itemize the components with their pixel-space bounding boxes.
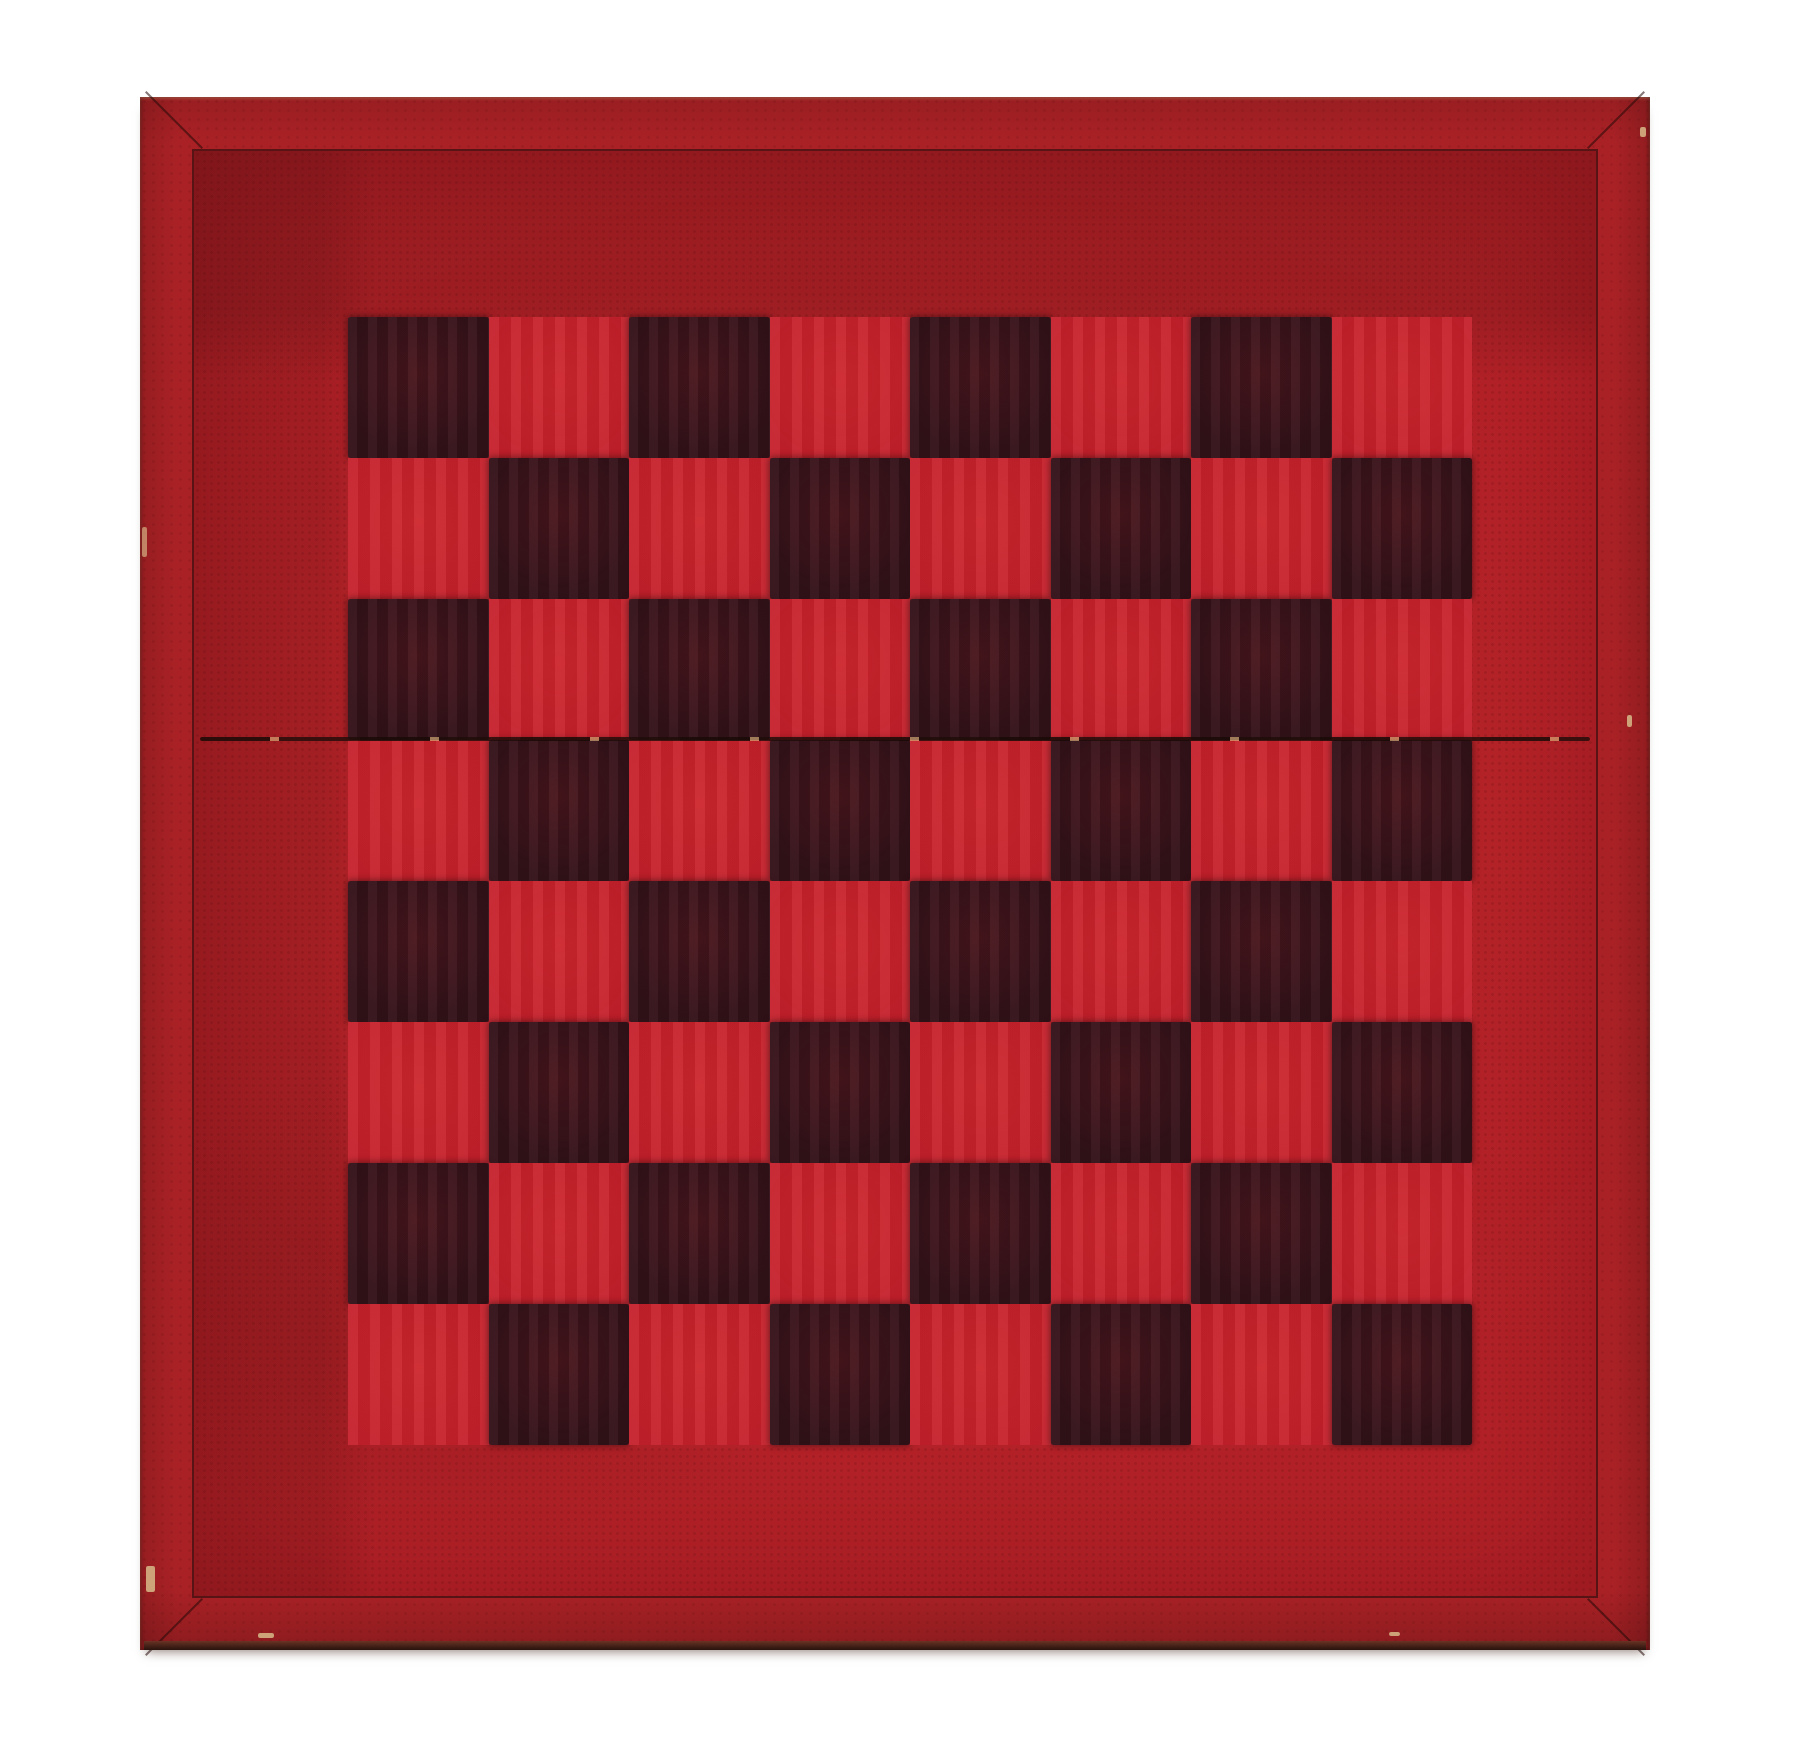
square-r1c1-dark[interactable] [348, 317, 489, 458]
square-r3c4-red[interactable] [770, 599, 911, 740]
square-r3c7-dark[interactable] [1191, 599, 1332, 740]
square-r1c8-red[interactable] [1332, 317, 1473, 458]
square-r7c1-dark[interactable] [348, 1163, 489, 1304]
photo-canvas [0, 0, 1800, 1759]
square-r4c6-dark[interactable] [1051, 740, 1192, 881]
square-r3c6-red[interactable] [1051, 599, 1192, 740]
square-r3c5-dark[interactable] [910, 599, 1051, 740]
square-r5c3-dark[interactable] [629, 881, 770, 1022]
square-r4c7-red[interactable] [1191, 740, 1332, 881]
square-r2c3-red[interactable] [629, 458, 770, 599]
square-r2c2-dark[interactable] [489, 458, 630, 599]
square-r8c1-red[interactable] [348, 1304, 489, 1445]
square-r1c5-dark[interactable] [910, 317, 1051, 458]
square-r2c1-red[interactable] [348, 458, 489, 599]
square-r7c2-red[interactable] [489, 1163, 630, 1304]
square-r7c6-red[interactable] [1051, 1163, 1192, 1304]
square-r6c4-dark[interactable] [770, 1022, 911, 1163]
square-r5c7-dark[interactable] [1191, 881, 1332, 1022]
paint-chip [1389, 1632, 1400, 1636]
square-r6c8-dark[interactable] [1332, 1022, 1473, 1163]
square-r1c7-dark[interactable] [1191, 317, 1332, 458]
mitre-joint-top-left [145, 91, 203, 149]
square-r5c4-red[interactable] [770, 881, 911, 1022]
square-r5c6-red[interactable] [1051, 881, 1192, 1022]
square-r8c5-red[interactable] [910, 1304, 1051, 1445]
playing-field-panel [192, 149, 1598, 1598]
square-r3c3-dark[interactable] [629, 599, 770, 740]
square-r7c3-dark[interactable] [629, 1163, 770, 1304]
mitre-joint-top-right [1587, 91, 1645, 149]
square-r6c2-dark[interactable] [489, 1022, 630, 1163]
square-r8c2-dark[interactable] [489, 1304, 630, 1445]
paint-chip [1640, 127, 1646, 137]
square-r4c1-red[interactable] [348, 740, 489, 881]
square-r5c2-red[interactable] [489, 881, 630, 1022]
square-r8c4-dark[interactable] [770, 1304, 911, 1445]
square-r2c4-dark[interactable] [770, 458, 911, 599]
plank-seam [200, 737, 1590, 741]
square-r1c4-red[interactable] [770, 317, 911, 458]
square-r6c3-red[interactable] [629, 1022, 770, 1163]
square-r3c1-dark[interactable] [348, 599, 489, 740]
square-r7c7-dark[interactable] [1191, 1163, 1332, 1304]
square-r5c5-dark[interactable] [910, 881, 1051, 1022]
square-r7c8-red[interactable] [1332, 1163, 1473, 1304]
square-r3c8-red[interactable] [1332, 599, 1473, 740]
square-r5c8-red[interactable] [1332, 881, 1473, 1022]
square-r1c3-dark[interactable] [629, 317, 770, 458]
game-board [140, 97, 1650, 1650]
square-r2c6-dark[interactable] [1051, 458, 1192, 599]
square-r4c8-dark[interactable] [1332, 740, 1473, 881]
square-r3c2-red[interactable] [489, 599, 630, 740]
square-r6c7-red[interactable] [1191, 1022, 1332, 1163]
paint-chip [1627, 715, 1632, 727]
square-r5c1-dark[interactable] [348, 881, 489, 1022]
paint-chip [258, 1633, 274, 1638]
square-r8c7-red[interactable] [1191, 1304, 1332, 1445]
paint-chip [142, 527, 147, 557]
square-r4c4-dark[interactable] [770, 740, 911, 881]
square-r6c6-dark[interactable] [1051, 1022, 1192, 1163]
square-r4c3-red[interactable] [629, 740, 770, 881]
square-r2c5-red[interactable] [910, 458, 1051, 599]
square-r2c8-dark[interactable] [1332, 458, 1473, 599]
square-r8c6-dark[interactable] [1051, 1304, 1192, 1445]
square-r6c1-red[interactable] [348, 1022, 489, 1163]
square-r1c6-red[interactable] [1051, 317, 1192, 458]
square-r2c7-red[interactable] [1191, 458, 1332, 599]
square-r4c5-red[interactable] [910, 740, 1051, 881]
square-r4c2-dark[interactable] [489, 740, 630, 881]
paint-chip [146, 1566, 155, 1592]
square-r7c5-dark[interactable] [910, 1163, 1051, 1304]
board-bottom-side-edge [144, 1641, 1646, 1650]
square-r1c2-red[interactable] [489, 317, 630, 458]
square-r7c4-red[interactable] [770, 1163, 911, 1304]
square-r6c5-red[interactable] [910, 1022, 1051, 1163]
checkerboard-grid [348, 317, 1472, 1445]
square-r8c3-red[interactable] [629, 1304, 770, 1445]
square-r8c8-dark[interactable] [1332, 1304, 1473, 1445]
